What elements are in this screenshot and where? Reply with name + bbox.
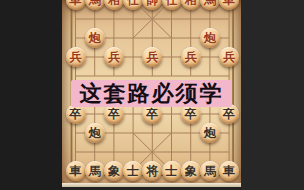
xiangqi-piece-red[interactable]: 相 — [181, 0, 201, 10]
xiangqi-piece-black[interactable]: 馬 — [200, 161, 220, 181]
xiangqi-piece-red[interactable]: 兵 — [219, 47, 239, 67]
caption-banner: 这套路必须学 — [71, 80, 232, 107]
letterbox-left — [0, 0, 62, 190]
xiangqi-piece-red[interactable]: 帥 — [142, 0, 162, 10]
xiangqi-piece-black[interactable]: 車 — [66, 161, 86, 181]
xiangqi-piece-red[interactable]: 仕 — [123, 0, 143, 10]
xiangqi-piece-red[interactable]: 炮 — [200, 28, 220, 48]
xiangqi-piece-red[interactable]: 兵 — [104, 47, 124, 67]
xiangqi-piece-red[interactable]: 相 — [104, 0, 124, 10]
xiangqi-piece-black[interactable]: 士 — [123, 161, 143, 181]
xiangqi-piece-black[interactable]: 将 — [142, 161, 162, 181]
xiangqi-piece-red[interactable]: 馬 — [200, 0, 220, 10]
xiangqi-piece-red[interactable]: 兵 — [181, 47, 201, 67]
xiangqi-piece-red[interactable]: 車 — [66, 0, 86, 10]
xiangqi-piece-black[interactable]: 象 — [104, 161, 124, 181]
letterbox-right — [241, 0, 304, 190]
caption-text: 这套路必须学 — [80, 79, 224, 109]
video-frame: 車馬相仕帥仕相馬車炮炮兵兵兵兵兵卒卒卒卒卒炮炮車馬象士将士象馬車 这套路必须学 — [0, 0, 304, 190]
xiangqi-piece-black[interactable]: 車 — [219, 161, 239, 181]
xiangqi-piece-black[interactable]: 士 — [162, 161, 182, 181]
board-bottom-edge — [62, 183, 241, 187]
xiangqi-piece-red[interactable]: 兵 — [142, 47, 162, 67]
xiangqi-piece-red[interactable]: 仕 — [162, 0, 182, 10]
xiangqi-piece-black[interactable]: 象 — [181, 161, 201, 181]
xiangqi-piece-black[interactable]: 馬 — [85, 161, 105, 181]
xiangqi-piece-red[interactable]: 兵 — [66, 47, 86, 67]
xiangqi-piece-black[interactable]: 炮 — [85, 123, 105, 143]
xiangqi-piece-red[interactable]: 馬 — [85, 0, 105, 10]
xiangqi-piece-red[interactable]: 炮 — [85, 28, 105, 48]
xiangqi-piece-black[interactable]: 炮 — [200, 123, 220, 143]
xiangqi-piece-red[interactable]: 車 — [219, 0, 239, 10]
